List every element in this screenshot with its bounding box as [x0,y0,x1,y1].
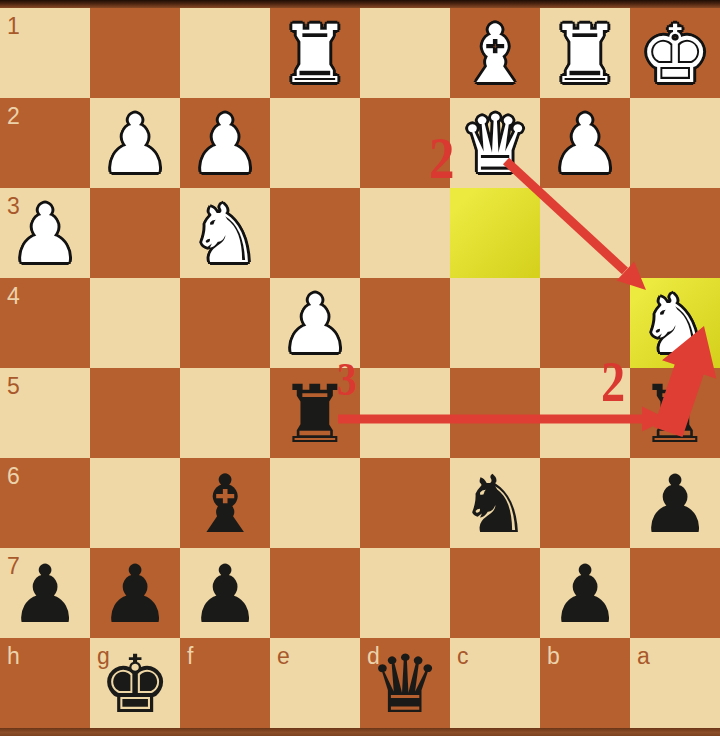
rank-label-4: 4 [7,285,20,308]
square-h6[interactable]: 6 [0,458,90,548]
square-f1[interactable] [180,8,270,98]
square-e8[interactable]: e [270,638,360,728]
rank-label-1: 1 [7,15,20,38]
white-bishop-c1[interactable]: ♝ [450,10,540,100]
white-pawn-f2[interactable]: ♟ [180,100,270,190]
square-f5[interactable] [180,368,270,458]
file-label-a: a [637,645,650,668]
square-d6[interactable] [360,458,450,548]
square-a3[interactable] [630,188,720,278]
white-king-a1[interactable]: ♚ [630,10,720,100]
square-c4[interactable] [450,278,540,368]
square-c7[interactable] [450,548,540,638]
square-e6[interactable] [270,458,360,548]
square-a6[interactable]: ♟ [630,458,720,548]
file-label-c: c [457,645,469,668]
square-b4[interactable] [540,278,630,368]
square-a8[interactable]: a [630,638,720,728]
square-d7[interactable] [360,548,450,638]
square-f8[interactable]: f [180,638,270,728]
black-pawn-f7[interactable]: ♟ [180,550,270,640]
square-f3[interactable]: ♞ [180,188,270,278]
square-c1[interactable]: ♝ [450,8,540,98]
square-e2[interactable] [270,98,360,188]
square-g1[interactable] [90,8,180,98]
square-f6[interactable]: ♝ [180,458,270,548]
square-g7[interactable]: ♟ [90,548,180,638]
square-e7[interactable] [270,548,360,638]
square-a4[interactable]: ♞ [630,278,720,368]
file-label-b: b [547,645,560,668]
square-h7[interactable]: 7♟ [0,548,90,638]
black-king-g8[interactable]: ♚ [90,640,180,730]
chess-analysis-diagram: 1♜♝♜♚2♟♟♛♟3♟♞4♟♞5♜♜6♝♞♟7♟♟♟♟hg♚fed♛cba 2… [0,0,720,736]
white-pawn-g2[interactable]: ♟ [90,100,180,190]
square-h5[interactable]: 5 [0,368,90,458]
square-f7[interactable]: ♟ [180,548,270,638]
square-a2[interactable] [630,98,720,188]
square-g8[interactable]: g♚ [90,638,180,728]
square-g5[interactable] [90,368,180,458]
square-b2[interactable]: ♟ [540,98,630,188]
black-knight-c6[interactable]: ♞ [450,460,540,550]
white-pawn-h3[interactable]: ♟ [0,190,90,280]
square-c3[interactable] [450,188,540,278]
square-b8[interactable]: b [540,638,630,728]
square-d4[interactable] [360,278,450,368]
black-pawn-g7[interactable]: ♟ [90,550,180,640]
square-b5[interactable] [540,368,630,458]
black-pawn-a6[interactable]: ♟ [630,460,720,550]
square-a7[interactable] [630,548,720,638]
file-label-f: f [187,645,193,668]
square-h8[interactable]: h [0,638,90,728]
square-g2[interactable]: ♟ [90,98,180,188]
black-bishop-f6[interactable]: ♝ [180,460,270,550]
square-d3[interactable] [360,188,450,278]
square-d8[interactable]: d♛ [360,638,450,728]
square-b1[interactable]: ♜ [540,8,630,98]
white-queen-c2[interactable]: ♛ [450,100,540,190]
square-b3[interactable] [540,188,630,278]
board-top-edge [0,0,720,8]
square-h2[interactable]: 2 [0,98,90,188]
square-h1[interactable]: 1 [0,8,90,98]
black-rook-a5[interactable]: ♜ [630,370,720,460]
file-label-h: h [7,645,20,668]
file-label-e: e [277,645,290,668]
black-rook-e5[interactable]: ♜ [270,370,360,460]
square-h3[interactable]: 3♟ [0,188,90,278]
square-f4[interactable] [180,278,270,368]
square-d5[interactable] [360,368,450,458]
white-rook-e1[interactable]: ♜ [270,10,360,100]
white-pawn-b2[interactable]: ♟ [540,100,630,190]
white-knight-a4[interactable]: ♞ [630,280,720,370]
square-g4[interactable] [90,278,180,368]
square-e1[interactable]: ♜ [270,8,360,98]
square-e5[interactable]: ♜ [270,368,360,458]
square-a1[interactable]: ♚ [630,8,720,98]
square-c8[interactable]: c [450,638,540,728]
white-knight-f3[interactable]: ♞ [180,190,270,280]
square-c5[interactable] [450,368,540,458]
rank-label-6: 6 [7,465,20,488]
square-e3[interactable] [270,188,360,278]
square-a5[interactable]: ♜ [630,368,720,458]
chess-board: 1♜♝♜♚2♟♟♛♟3♟♞4♟♞5♜♜6♝♞♟7♟♟♟♟hg♚fed♛cba [0,8,720,728]
square-d1[interactable] [360,8,450,98]
square-e4[interactable]: ♟ [270,278,360,368]
white-rook-b1[interactable]: ♜ [540,10,630,100]
square-c6[interactable]: ♞ [450,458,540,548]
rank-label-2: 2 [7,105,20,128]
square-b6[interactable] [540,458,630,548]
square-d2[interactable] [360,98,450,188]
square-b7[interactable]: ♟ [540,548,630,638]
black-pawn-b7[interactable]: ♟ [540,550,630,640]
rank-label-5: 5 [7,375,20,398]
square-c2[interactable]: ♛ [450,98,540,188]
square-h4[interactable]: 4 [0,278,90,368]
square-g3[interactable] [90,188,180,278]
white-pawn-e4[interactable]: ♟ [270,280,360,370]
square-f2[interactable]: ♟ [180,98,270,188]
square-g6[interactable] [90,458,180,548]
black-pawn-h7[interactable]: ♟ [0,550,90,640]
black-queen-d8[interactable]: ♛ [360,640,450,730]
